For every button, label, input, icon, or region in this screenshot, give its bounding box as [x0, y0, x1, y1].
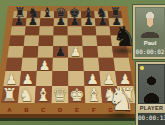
black-piece-g7[interactable]: ♟	[98, 16, 108, 27]
square-a5[interactable]	[9, 36, 25, 46]
opponent-panel: Paul 00:00:02	[133, 5, 165, 59]
chess-game-screen: ABCDEFGH ♜♞♝♛♚♝♞♜♟♟♟♟♟♟♟♟♟♟♟♟♟♟♟♜♞♝♛♚♝♞♜…	[0, 0, 165, 125]
square-c5[interactable]	[38, 36, 53, 46]
player-panel: PLAYER 00:00:13	[136, 62, 165, 125]
square-a3[interactable]	[6, 58, 23, 71]
black-piece-a7[interactable]: ♟	[14, 16, 24, 27]
file-label-f: F	[92, 107, 96, 113]
file-label-c: C	[41, 107, 46, 113]
player-clock: 00:00:13	[138, 113, 165, 124]
black-piece-e7[interactable]: ♟	[70, 16, 80, 27]
white-piece-c1[interactable]: ♝	[35, 87, 51, 105]
white-piece-f1[interactable]: ♝	[86, 87, 102, 105]
opponent-clock: 00:00:02	[135, 47, 165, 56]
white-piece-e4[interactable]: ♟	[70, 46, 81, 59]
black-piece-c8[interactable]: ♝	[41, 6, 53, 19]
square-a4[interactable]	[7, 46, 23, 58]
square-c6[interactable]	[39, 26, 54, 35]
white-piece-b1[interactable]: ♞	[18, 87, 34, 105]
black-piece-d4[interactable]: ♟	[55, 46, 66, 59]
hint-bulb-icon	[140, 66, 144, 70]
opponent-name: Paul	[135, 39, 165, 47]
white-knight-icon: ♞	[107, 83, 136, 115]
black-piece-f7[interactable]: ♟	[84, 16, 94, 27]
square-g5[interactable]	[96, 36, 112, 46]
square-c4[interactable]	[38, 46, 53, 58]
file-label-d: D	[58, 107, 63, 113]
square-f4[interactable]	[83, 46, 99, 58]
player-silhouette	[139, 65, 164, 103]
black-piece-b7[interactable]: ♟	[28, 16, 38, 27]
square-f5[interactable]	[82, 36, 97, 46]
file-label-a: A	[7, 107, 12, 113]
square-f3[interactable]	[83, 58, 99, 71]
white-piece-c3[interactable]: ♟	[39, 59, 51, 72]
file-label-b: B	[24, 107, 29, 113]
white-piece-d1[interactable]: ♛	[52, 87, 68, 105]
file-label-e: E	[75, 107, 79, 113]
white-piece-a1[interactable]: ♜	[2, 87, 18, 105]
square-g3[interactable]	[98, 58, 115, 71]
square-d3[interactable]	[52, 58, 68, 71]
square-h3[interactable]	[113, 58, 130, 71]
black-piece-d7[interactable]: ♟	[56, 16, 66, 27]
player-name[interactable]: PLAYER	[138, 104, 165, 113]
square-e3[interactable]	[68, 58, 84, 71]
square-b3[interactable]	[21, 58, 38, 71]
opponent-portrait	[136, 8, 164, 38]
square-b5[interactable]	[24, 36, 39, 46]
white-piece-e1[interactable]: ♚	[69, 87, 85, 105]
square-b4[interactable]	[23, 46, 39, 58]
